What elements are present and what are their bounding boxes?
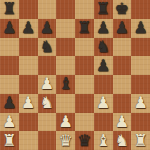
square-d4[interactable]: ♝ — [56, 75, 75, 94]
square-a5[interactable] — [0, 56, 19, 75]
chess-board: ♜♜♚♟♟♟♜♟♟♟♞♞♟♟♝♟♟♞♟♟♟♟♟♜♛♛♝♞♜ — [0, 0, 150, 150]
square-a2[interactable]: ♟ — [0, 113, 19, 132]
square-b5[interactable] — [19, 56, 38, 75]
white-knight-c3[interactable]: ♞ — [40, 94, 54, 112]
black-knight-c6[interactable]: ♞ — [40, 38, 54, 56]
square-e1[interactable]: ♛ — [75, 131, 94, 150]
square-c5[interactable] — [38, 56, 57, 75]
square-e7[interactable]: ♜ — [75, 19, 94, 38]
square-c6[interactable]: ♞ — [38, 38, 57, 57]
square-e4[interactable] — [75, 75, 94, 94]
square-c1[interactable] — [38, 131, 57, 150]
white-rook-h1[interactable]: ♜ — [133, 132, 147, 150]
square-a4[interactable] — [0, 75, 19, 94]
black-pawn-a7[interactable]: ♟ — [2, 19, 16, 37]
black-pawn-f7[interactable]: ♟ — [96, 19, 110, 37]
square-b8[interactable] — [19, 0, 38, 19]
square-e2[interactable] — [75, 113, 94, 132]
white-pawn-g2[interactable]: ♟ — [115, 113, 129, 131]
square-h8[interactable] — [131, 0, 150, 19]
square-c8[interactable] — [38, 0, 57, 19]
square-b6[interactable] — [19, 38, 38, 57]
square-d2[interactable]: ♟ — [56, 113, 75, 132]
square-h4[interactable] — [131, 75, 150, 94]
square-f6[interactable]: ♞ — [94, 38, 113, 57]
black-rook-a8[interactable]: ♜ — [2, 0, 16, 18]
white-pawn-d2[interactable]: ♟ — [58, 113, 72, 131]
square-g1[interactable]: ♞ — [113, 131, 132, 150]
square-b3[interactable]: ♟ — [19, 94, 38, 113]
black-knight-f6[interactable]: ♞ — [96, 38, 110, 56]
square-d7[interactable] — [56, 19, 75, 38]
square-d8[interactable] — [56, 0, 75, 19]
square-f4[interactable] — [94, 75, 113, 94]
white-pawn-b3[interactable]: ♟ — [21, 94, 35, 112]
square-h3[interactable]: ♟ — [131, 94, 150, 113]
square-d3[interactable] — [56, 94, 75, 113]
square-a1[interactable]: ♜ — [0, 131, 19, 150]
white-rook-a1[interactable]: ♜ — [2, 132, 16, 150]
square-h5[interactable] — [131, 56, 150, 75]
square-e8[interactable] — [75, 0, 94, 19]
square-h2[interactable] — [131, 113, 150, 132]
square-f5[interactable]: ♟ — [94, 56, 113, 75]
square-g6[interactable] — [113, 38, 132, 57]
square-f3[interactable]: ♟ — [94, 94, 113, 113]
square-g2[interactable]: ♟ — [113, 113, 132, 132]
square-g4[interactable] — [113, 75, 132, 94]
square-d6[interactable] — [56, 38, 75, 57]
square-e3[interactable] — [75, 94, 94, 113]
square-c7[interactable]: ♟ — [38, 19, 57, 38]
black-pawn-f5[interactable]: ♟ — [96, 57, 110, 75]
square-a7[interactable]: ♟ — [0, 19, 19, 38]
square-a8[interactable]: ♜ — [0, 0, 19, 19]
square-e6[interactable] — [75, 38, 94, 57]
black-rook-f8[interactable]: ♜ — [96, 0, 110, 18]
square-g7[interactable]: ♟ — [113, 19, 132, 38]
square-b2[interactable] — [19, 113, 38, 132]
square-e5[interactable] — [75, 56, 94, 75]
square-d1[interactable]: ♛ — [56, 131, 75, 150]
white-pawn-h3[interactable]: ♟ — [133, 94, 147, 112]
square-b4[interactable] — [19, 75, 38, 94]
square-c4[interactable]: ♟ — [38, 75, 57, 94]
black-pawn-b7[interactable]: ♟ — [21, 19, 35, 37]
square-a6[interactable] — [0, 38, 19, 57]
square-b1[interactable] — [19, 131, 38, 150]
white-pawn-c4[interactable]: ♟ — [40, 75, 54, 93]
chess-app-window: ♜♜♚♟♟♟♜♟♟♟♞♞♟♟♝♟♟♞♟♟♟♟♟♜♛♛♝♞♜ — [0, 0, 150, 150]
white-pawn-a2[interactable]: ♟ — [2, 113, 16, 131]
square-f8[interactable]: ♜ — [94, 0, 113, 19]
black-pawn-c7[interactable]: ♟ — [40, 19, 54, 37]
square-g5[interactable] — [113, 56, 132, 75]
square-f7[interactable]: ♟ — [94, 19, 113, 38]
black-queen-e1[interactable]: ♛ — [77, 132, 91, 150]
black-pawn-a3[interactable]: ♟ — [2, 94, 16, 112]
square-g8[interactable]: ♚ — [113, 0, 132, 19]
white-queen-d1[interactable]: ♛ — [58, 132, 72, 150]
square-d5[interactable] — [56, 56, 75, 75]
square-h1[interactable]: ♜ — [131, 131, 150, 150]
square-a3[interactable]: ♟ — [0, 94, 19, 113]
white-bishop-f1[interactable]: ♝ — [96, 132, 110, 150]
square-h6[interactable] — [131, 38, 150, 57]
square-h7[interactable]: ♟ — [131, 19, 150, 38]
black-pawn-g7[interactable]: ♟ — [115, 19, 129, 37]
square-g3[interactable] — [113, 94, 132, 113]
black-rook-e7[interactable]: ♜ — [77, 19, 91, 37]
black-bishop-d4[interactable]: ♝ — [58, 75, 72, 93]
square-c3[interactable]: ♞ — [38, 94, 57, 113]
square-c2[interactable] — [38, 113, 57, 132]
square-b7[interactable]: ♟ — [19, 19, 38, 38]
white-knight-g1[interactable]: ♞ — [115, 132, 129, 150]
white-pawn-f3[interactable]: ♟ — [96, 94, 110, 112]
square-f1[interactable]: ♝ — [94, 131, 113, 150]
black-pawn-h7[interactable]: ♟ — [133, 19, 147, 37]
square-f2[interactable] — [94, 113, 113, 132]
black-king-g8[interactable]: ♚ — [115, 0, 129, 18]
